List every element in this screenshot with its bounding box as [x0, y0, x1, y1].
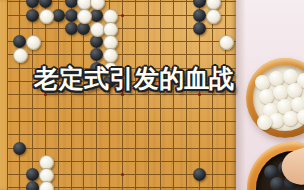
black-stone — [26, 168, 39, 181]
black-stone — [270, 177, 284, 190]
white-stone — [206, 9, 221, 24]
white-stone — [26, 35, 41, 50]
white-stone — [283, 69, 298, 84]
black-stone — [65, 9, 78, 22]
white-stone — [287, 83, 302, 98]
white-stone — [39, 181, 54, 190]
black-stone — [193, 9, 206, 22]
white-stone-bowl-interior — [253, 65, 304, 131]
black-stone — [193, 168, 206, 181]
white-stone — [255, 75, 270, 90]
white-stone — [273, 85, 288, 100]
white-stone — [39, 9, 54, 24]
black-stone — [13, 142, 26, 155]
white-stone — [77, 9, 92, 24]
black-stone — [39, 0, 52, 8]
go-board[interactable] — [0, 0, 237, 190]
video-caption: 老定式引发的血战 — [28, 64, 240, 94]
black-stone — [13, 35, 26, 48]
white-stone — [297, 109, 304, 124]
black-stone — [65, 22, 78, 35]
white-stone — [90, 0, 105, 10]
white-stone — [269, 71, 284, 86]
black-stone — [90, 35, 103, 48]
black-stone — [193, 22, 206, 35]
black-stone — [193, 0, 206, 8]
white-stone — [13, 48, 28, 63]
white-stone — [219, 35, 234, 50]
black-stone — [65, 0, 78, 8]
white-stone — [259, 89, 274, 104]
black-stone — [90, 9, 103, 22]
video-frame: 老定式引发的血战 — [0, 0, 304, 190]
black-stone — [26, 181, 39, 190]
white-stone — [257, 115, 272, 130]
black-stone — [90, 48, 103, 61]
black-stone — [26, 9, 39, 22]
black-stone — [26, 0, 39, 8]
black-stone — [77, 22, 90, 35]
white-stone — [283, 111, 298, 126]
